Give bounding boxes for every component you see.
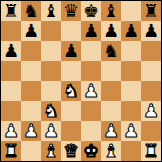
square-g4[interactable] bbox=[121, 81, 141, 101]
square-c7[interactable] bbox=[41, 21, 61, 41]
square-f6[interactable]: ♞ bbox=[101, 41, 121, 61]
square-d4[interactable]: ♞ bbox=[61, 81, 81, 101]
square-e3[interactable] bbox=[81, 101, 101, 121]
square-e1[interactable]: ♚ bbox=[81, 141, 101, 161]
square-e4[interactable]: ♟ bbox=[81, 81, 101, 101]
square-d5[interactable] bbox=[61, 61, 81, 81]
square-e2[interactable] bbox=[81, 121, 101, 141]
square-h2[interactable] bbox=[141, 121, 161, 141]
square-d2[interactable] bbox=[61, 121, 81, 141]
black-king-icon[interactable]: ♚ bbox=[83, 1, 99, 21]
square-c1[interactable]: ♝ bbox=[41, 141, 61, 161]
square-b7[interactable]: ♟ bbox=[21, 21, 41, 41]
black-knight-icon[interactable]: ♞ bbox=[103, 41, 119, 61]
square-e7[interactable]: ♟ bbox=[81, 21, 101, 41]
square-b8[interactable]: ♞ bbox=[21, 1, 41, 21]
square-c8[interactable]: ♝ bbox=[41, 1, 61, 21]
square-f4[interactable] bbox=[101, 81, 121, 101]
white-queen-icon[interactable]: ♛ bbox=[63, 141, 79, 161]
white-pawn-icon[interactable]: ♟ bbox=[3, 121, 19, 141]
square-h5[interactable] bbox=[141, 61, 161, 81]
white-pawn-icon[interactable]: ♟ bbox=[123, 121, 139, 141]
square-a6[interactable]: ♟ bbox=[1, 41, 21, 61]
square-a2[interactable]: ♟ bbox=[1, 121, 21, 141]
square-c4[interactable] bbox=[41, 81, 61, 101]
chess-board: ♜♞♝♛♚♝♜♟♟♟♟♟♟♟♞♞♟♞♟♟♟♟♟♟♜♝♛♚♝♜ bbox=[0, 0, 162, 162]
square-h1[interactable]: ♜ bbox=[141, 141, 161, 161]
black-rook-icon[interactable]: ♜ bbox=[143, 1, 159, 21]
square-g6[interactable] bbox=[121, 41, 141, 61]
black-rook-icon[interactable]: ♜ bbox=[3, 1, 19, 21]
square-b5[interactable] bbox=[21, 61, 41, 81]
square-b4[interactable] bbox=[21, 81, 41, 101]
square-d3[interactable] bbox=[61, 101, 81, 121]
square-a4[interactable] bbox=[1, 81, 21, 101]
square-h4[interactable] bbox=[141, 81, 161, 101]
square-h3[interactable]: ♟ bbox=[141, 101, 161, 121]
square-g3[interactable] bbox=[121, 101, 141, 121]
black-pawn-icon[interactable]: ♟ bbox=[143, 21, 159, 41]
square-c3[interactable]: ♞ bbox=[41, 101, 61, 121]
white-pawn-icon[interactable]: ♟ bbox=[83, 81, 99, 101]
black-bishop-icon[interactable]: ♝ bbox=[43, 1, 59, 21]
square-d6[interactable]: ♟ bbox=[61, 41, 81, 61]
black-knight-icon[interactable]: ♞ bbox=[23, 1, 39, 21]
square-a5[interactable] bbox=[1, 61, 21, 81]
square-g5[interactable] bbox=[121, 61, 141, 81]
black-queen-icon[interactable]: ♛ bbox=[63, 1, 79, 21]
square-h6[interactable] bbox=[141, 41, 161, 61]
black-pawn-icon[interactable]: ♟ bbox=[3, 41, 19, 61]
black-pawn-icon[interactable]: ♟ bbox=[23, 21, 39, 41]
square-b3[interactable] bbox=[21, 101, 41, 121]
square-h8[interactable]: ♜ bbox=[141, 1, 161, 21]
black-pawn-icon[interactable]: ♟ bbox=[123, 21, 139, 41]
white-pawn-icon[interactable]: ♟ bbox=[23, 121, 39, 141]
square-d7[interactable] bbox=[61, 21, 81, 41]
square-b1[interactable] bbox=[21, 141, 41, 161]
square-a3[interactable] bbox=[1, 101, 21, 121]
square-f7[interactable]: ♟ bbox=[101, 21, 121, 41]
square-e5[interactable] bbox=[81, 61, 101, 81]
white-rook-icon[interactable]: ♜ bbox=[143, 141, 159, 161]
square-b2[interactable]: ♟ bbox=[21, 121, 41, 141]
white-rook-icon[interactable]: ♜ bbox=[3, 141, 19, 161]
square-a7[interactable] bbox=[1, 21, 21, 41]
square-c6[interactable] bbox=[41, 41, 61, 61]
square-f2[interactable]: ♟ bbox=[101, 121, 121, 141]
black-pawn-icon[interactable]: ♟ bbox=[83, 21, 99, 41]
square-a8[interactable]: ♜ bbox=[1, 1, 21, 21]
square-f3[interactable] bbox=[101, 101, 121, 121]
white-pawn-icon[interactable]: ♟ bbox=[43, 121, 59, 141]
square-g8[interactable] bbox=[121, 1, 141, 21]
square-f1[interactable]: ♝ bbox=[101, 141, 121, 161]
square-e8[interactable]: ♚ bbox=[81, 1, 101, 21]
white-pawn-icon[interactable]: ♟ bbox=[103, 121, 119, 141]
white-knight-icon[interactable]: ♞ bbox=[63, 81, 79, 101]
square-g7[interactable]: ♟ bbox=[121, 21, 141, 41]
square-a1[interactable]: ♜ bbox=[1, 141, 21, 161]
square-g1[interactable] bbox=[121, 141, 141, 161]
square-d8[interactable]: ♛ bbox=[61, 1, 81, 21]
white-bishop-icon[interactable]: ♝ bbox=[103, 141, 119, 161]
square-c2[interactable]: ♟ bbox=[41, 121, 61, 141]
white-knight-icon[interactable]: ♞ bbox=[43, 101, 59, 121]
black-pawn-icon[interactable]: ♟ bbox=[103, 21, 119, 41]
white-pawn-icon[interactable]: ♟ bbox=[143, 101, 159, 121]
white-king-icon[interactable]: ♚ bbox=[83, 141, 99, 161]
white-bishop-icon[interactable]: ♝ bbox=[43, 141, 59, 161]
square-g2[interactable]: ♟ bbox=[121, 121, 141, 141]
square-e6[interactable] bbox=[81, 41, 101, 61]
square-f8[interactable]: ♝ bbox=[101, 1, 121, 21]
black-pawn-icon[interactable]: ♟ bbox=[63, 41, 79, 61]
square-f5[interactable] bbox=[101, 61, 121, 81]
square-b6[interactable] bbox=[21, 41, 41, 61]
square-d1[interactable]: ♛ bbox=[61, 141, 81, 161]
black-bishop-icon[interactable]: ♝ bbox=[103, 1, 119, 21]
square-c5[interactable] bbox=[41, 61, 61, 81]
square-h7[interactable]: ♟ bbox=[141, 21, 161, 41]
